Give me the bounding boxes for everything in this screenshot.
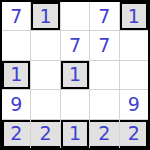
cell-r3c3[interactable] <box>90 90 118 118</box>
cell-r0c1[interactable]: 1 <box>31 2 59 30</box>
cell-r3c0[interactable]: 9 <box>2 90 30 118</box>
filling-board: 717177119922122 <box>0 0 150 150</box>
cell-r2c1[interactable] <box>31 61 59 89</box>
cell-r3c4[interactable]: 9 <box>120 90 148 118</box>
cell-r0c4[interactable]: 1 <box>120 2 148 30</box>
cell-r3c2[interactable] <box>61 90 89 118</box>
cell-r2c4[interactable] <box>120 61 148 89</box>
cell-r3c1[interactable] <box>31 90 59 118</box>
cell-r1c2[interactable]: 7 <box>61 31 89 59</box>
cell-r4c1[interactable]: 2 <box>31 120 59 148</box>
cell-r4c2[interactable]: 1 <box>61 120 89 148</box>
cell-r0c0[interactable]: 7 <box>2 2 30 30</box>
cell-r2c2[interactable]: 1 <box>61 61 89 89</box>
cell-r4c3[interactable]: 2 <box>90 120 118 148</box>
cell-r1c0[interactable] <box>2 31 30 59</box>
cell-r1c1[interactable] <box>31 31 59 59</box>
cell-r1c3[interactable]: 7 <box>90 31 118 59</box>
cell-r2c0[interactable]: 1 <box>2 61 30 89</box>
cell-r4c0[interactable]: 2 <box>2 120 30 148</box>
cell-r0c2[interactable] <box>61 2 89 30</box>
cell-r0c3[interactable]: 7 <box>90 2 118 30</box>
cell-r2c3[interactable] <box>90 61 118 89</box>
cell-r4c4[interactable]: 2 <box>120 120 148 148</box>
cell-r1c4[interactable] <box>120 31 148 59</box>
